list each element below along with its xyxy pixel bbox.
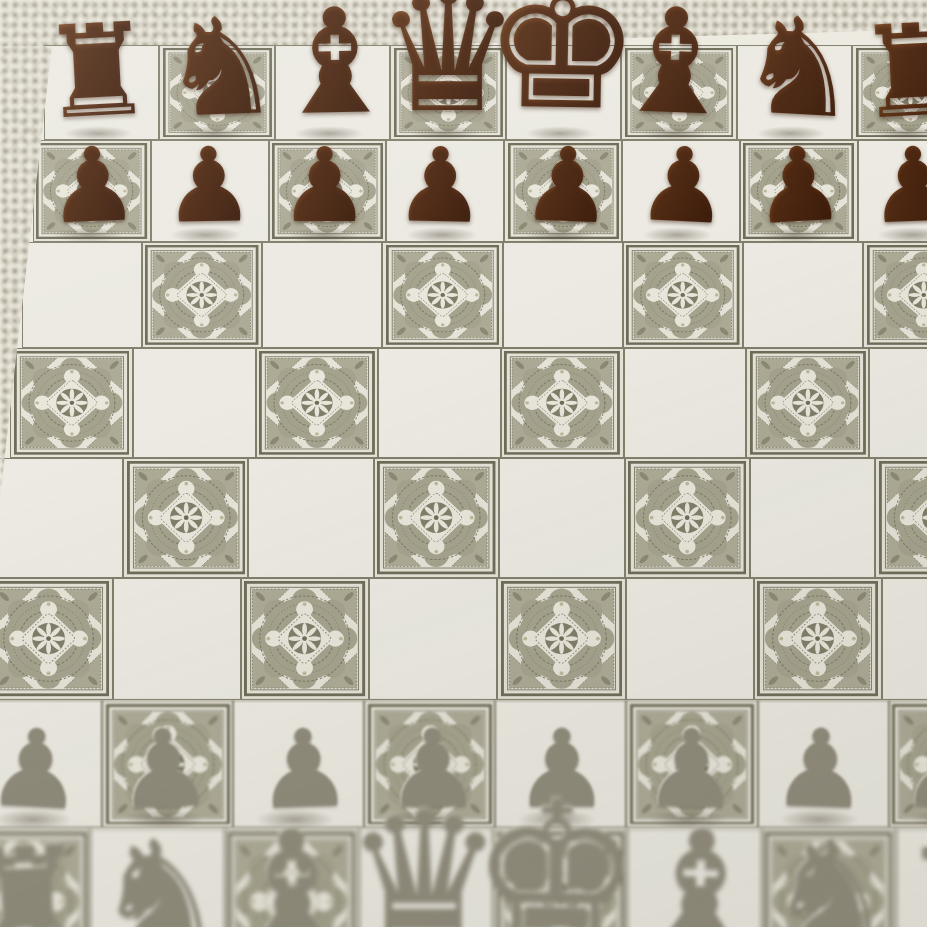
square-h4[interactable] (875, 458, 927, 578)
square-a7[interactable]: ♟ (33, 140, 151, 242)
square-h1[interactable]: ♜ (896, 828, 927, 927)
piece-black-pawn-b7[interactable]: ♟ (162, 133, 256, 238)
piece-black-rook-a8[interactable]: ♜ (37, 6, 157, 139)
piece-black-pawn-f7[interactable]: ♟ (634, 132, 732, 240)
square-ornament (504, 351, 620, 455)
square-b1[interactable]: ♞ (90, 828, 224, 927)
square-e1[interactable]: ♚ (493, 828, 627, 927)
square-e6[interactable] (503, 242, 623, 348)
square-ornament (0, 581, 109, 696)
square-g3[interactable] (754, 578, 882, 700)
square-b7[interactable]: ♟ (151, 140, 269, 242)
piece-black-knight-g8[interactable]: ♞ (736, 0, 863, 138)
square-ornament (879, 461, 927, 574)
square-a4[interactable] (0, 458, 123, 578)
square-h3[interactable] (882, 578, 927, 700)
square-f7[interactable]: ♟ (622, 140, 740, 242)
square-ornament (750, 351, 866, 455)
square-ornament (14, 351, 130, 455)
square-g6[interactable] (743, 242, 863, 348)
square-f4[interactable] (625, 458, 750, 578)
piece-black-pawn-e7[interactable]: ♟ (519, 133, 615, 239)
square-e4[interactable] (499, 458, 624, 578)
piece-white-rook-a1[interactable]: ♜ (0, 827, 93, 927)
square-f3[interactable] (626, 578, 754, 700)
piece-black-bishop-f8[interactable]: ♝ (608, 0, 743, 138)
square-ornament (501, 581, 622, 696)
square-d5[interactable] (378, 348, 501, 458)
square-h6[interactable] (863, 242, 927, 348)
piece-black-pawn-h7[interactable]: ♟ (866, 133, 927, 239)
board-row-rank-5 (10, 348, 927, 458)
square-ornament (377, 461, 495, 574)
square-a5[interactable] (10, 348, 133, 458)
square-c4[interactable] (248, 458, 373, 578)
square-d4[interactable] (374, 458, 499, 578)
square-h5[interactable] (869, 348, 927, 458)
board-row-rank-6 (22, 242, 927, 348)
square-a6[interactable] (22, 242, 142, 348)
square-g4[interactable] (750, 458, 875, 578)
board-row-rank-7: ♟♟ (33, 140, 927, 242)
board-row-rank-3 (0, 578, 927, 700)
square-ornament (127, 461, 245, 574)
piece-black-knight-b8[interactable]: ♞ (158, 0, 283, 137)
piece-white-king-e1[interactable]: ♚ (469, 775, 644, 927)
piece-white-bishop-f1[interactable]: ♝ (626, 808, 773, 927)
piece-black-rook-h8[interactable]: ♜ (853, 6, 927, 139)
square-e3[interactable] (497, 578, 625, 700)
piece-white-pawn-h2[interactable]: ♟ (898, 712, 927, 824)
square-f5[interactable] (624, 348, 747, 458)
square-c7[interactable]: ♟ (269, 140, 387, 242)
square-f6[interactable] (623, 242, 743, 348)
square-e5[interactable] (501, 348, 624, 458)
square-d3[interactable] (369, 578, 497, 700)
square-a2[interactable]: ♟ (0, 700, 102, 828)
square-ornament (244, 581, 365, 696)
square-ornament (259, 351, 375, 455)
square-a3[interactable] (0, 578, 113, 700)
square-h2[interactable]: ♟ (889, 700, 927, 828)
piece-white-rook-h1[interactable]: ♜ (899, 827, 927, 927)
square-e7[interactable]: ♟ (504, 140, 622, 242)
piece-black-pawn-c7[interactable]: ♟ (278, 134, 370, 237)
square-d7[interactable]: ♟ (386, 140, 504, 242)
square-c1[interactable]: ♝ (225, 828, 359, 927)
square-c6[interactable] (262, 242, 382, 348)
square-c3[interactable] (241, 578, 369, 700)
square-a1[interactable]: ♜ (0, 828, 90, 927)
square-g1[interactable]: ♞ (762, 828, 896, 927)
square-f1[interactable]: ♝ (627, 828, 761, 927)
square-h7[interactable]: ♟ (858, 140, 927, 242)
square-c5[interactable] (256, 348, 379, 458)
square-ornament (867, 245, 927, 345)
square-ornament (145, 245, 258, 345)
piece-white-knight-g1[interactable]: ♞ (762, 818, 901, 927)
piece-white-pawn-a2[interactable]: ♟ (0, 712, 85, 824)
piece-black-pawn-d7[interactable]: ♟ (393, 133, 487, 238)
square-b4[interactable] (123, 458, 248, 578)
square-g5[interactable] (746, 348, 869, 458)
piece-black-pawn-a7[interactable]: ♟ (45, 133, 141, 239)
square-d6[interactable] (382, 242, 502, 348)
square-ornament (757, 581, 878, 696)
square-b6[interactable] (142, 242, 262, 348)
board-row-rank-4 (0, 458, 927, 578)
square-ornament (626, 245, 739, 345)
square-g7[interactable]: ♟ (740, 140, 858, 242)
square-ornament (628, 461, 746, 574)
square-b3[interactable] (113, 578, 241, 700)
chessboard-photo: ♜ (0, 0, 927, 927)
square-b5[interactable] (133, 348, 256, 458)
piece-white-knight-b1[interactable]: ♞ (91, 819, 227, 927)
board-row-rank-1: ♜♞ (0, 828, 927, 927)
square-ornament (386, 245, 499, 345)
piece-black-pawn-g7[interactable]: ♟ (750, 132, 848, 240)
